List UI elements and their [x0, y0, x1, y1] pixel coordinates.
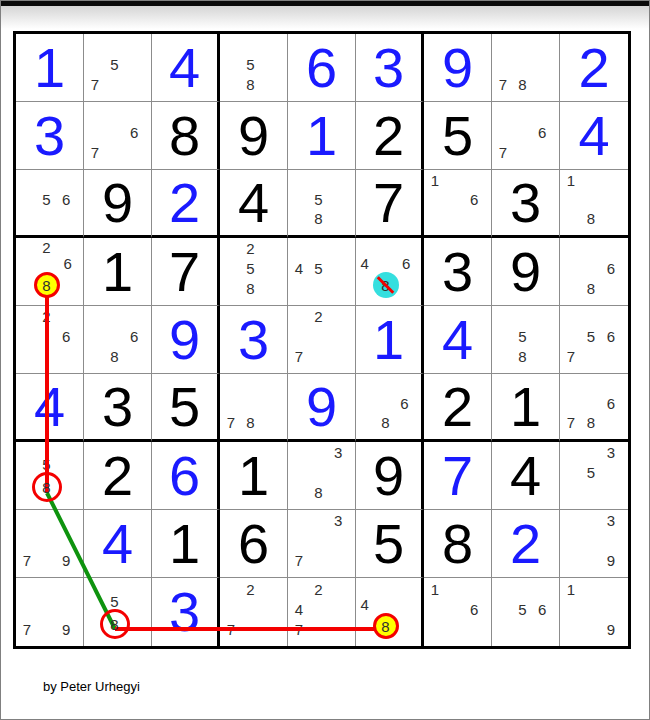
- cell-r9c2[interactable]: 58: [84, 578, 152, 646]
- cell-r9c8[interactable]: 56: [492, 578, 560, 646]
- candidate-5: 5: [105, 55, 125, 75]
- solved-digit: 4: [84, 510, 151, 577]
- candidates: 67: [84, 102, 151, 169]
- candidate-6: 6: [464, 190, 484, 209]
- candidates: 678: [560, 374, 628, 439]
- cell-r6c2[interactable]: 3: [84, 374, 152, 442]
- given-digit: 9: [84, 170, 151, 235]
- candidate-5: 5: [32, 457, 62, 472]
- candidates: 38: [288, 442, 355, 509]
- candidate-8: 8: [241, 74, 261, 94]
- candidates: 56: [492, 578, 559, 646]
- candidate-5: 5: [241, 259, 261, 279]
- cell-r9c6[interactable]: 48: [356, 578, 424, 646]
- cell-r2c7[interactable]: 5: [424, 102, 492, 170]
- cell-r3c8[interactable]: 3: [492, 170, 560, 238]
- cell-r8c8[interactable]: 2: [492, 510, 560, 578]
- solved-digit: 9: [424, 34, 491, 101]
- candidate-6: 6: [395, 394, 414, 413]
- candidates: 58: [492, 306, 559, 373]
- candidate-6: 6: [60, 256, 77, 273]
- given-digit: 8: [152, 102, 217, 169]
- solved-digit: 2: [560, 34, 628, 101]
- candidates: 78: [492, 34, 559, 101]
- solved-digit: 4: [16, 374, 83, 439]
- candidate-7: 7: [17, 550, 37, 570]
- cell-r7c8[interactable]: 4: [492, 442, 560, 510]
- candidate-5: 5: [581, 327, 601, 347]
- solved-digit: 2: [152, 170, 217, 235]
- candidate-6: 6: [56, 190, 76, 209]
- candidate-8: 8: [513, 346, 533, 366]
- candidate-9: 9: [601, 550, 621, 570]
- candidates: 79: [16, 578, 83, 646]
- candidate-5: 5: [581, 463, 601, 483]
- solved-digit: 1: [356, 306, 421, 373]
- solved-digit: 3: [220, 306, 287, 373]
- cell-r3c4[interactable]: 4: [220, 170, 288, 238]
- candidates: 19: [560, 578, 628, 646]
- cell-r8c5[interactable]: 37: [288, 510, 356, 578]
- solved-digit: 9: [288, 374, 355, 439]
- candidates: 78: [220, 374, 287, 439]
- cell-r8c4[interactable]: 6: [220, 510, 288, 578]
- cell-r5c9[interactable]: 567: [560, 306, 628, 374]
- cell-r7c5[interactable]: 38: [288, 442, 356, 510]
- cell-r3c5[interactable]: 58: [288, 170, 356, 238]
- cell-r4c4[interactable]: 258: [220, 238, 288, 306]
- cell-r9c4[interactable]: 27: [220, 578, 288, 646]
- candidate-5: 5: [100, 594, 130, 609]
- cell-r3c3[interactable]: 2: [152, 170, 220, 238]
- solved-digit: 1: [16, 34, 83, 101]
- given-digit: 1: [84, 238, 151, 305]
- cell-r2c4[interactable]: 9: [220, 102, 288, 170]
- cell-r7c3[interactable]: 6: [152, 442, 220, 510]
- candidates: 35: [560, 442, 628, 509]
- sudoku-app-window: 1574586397823678912567456924587163182681…: [0, 0, 650, 720]
- candidate-8: 8: [34, 272, 60, 298]
- candidate-8: 8: [581, 278, 601, 298]
- candidate-2: 2: [309, 307, 329, 327]
- candidates: 16: [424, 578, 491, 646]
- candidate-8: 8: [309, 482, 329, 502]
- candidate-8: 8: [513, 74, 533, 94]
- cell-r7c4[interactable]: 1: [220, 442, 288, 510]
- cell-r2c6[interactable]: 2: [356, 102, 424, 170]
- candidate-9: 9: [56, 619, 76, 639]
- cell-r2c8[interactable]: 67: [492, 102, 560, 170]
- candidate-2: 2: [241, 239, 261, 259]
- solved-digit: 6: [288, 34, 355, 101]
- cell-r2c5[interactable]: 1: [288, 102, 356, 170]
- chain-endpoint-marker: 8: [34, 272, 60, 298]
- candidates: 247: [288, 578, 355, 646]
- cell-r1c9[interactable]: 2: [560, 34, 628, 102]
- candidate-8: 8: [241, 413, 261, 432]
- candidate-4: 4: [357, 256, 373, 273]
- given-digit: 7: [152, 238, 217, 305]
- candidate-7: 7: [561, 413, 581, 432]
- cell-r2c1[interactable]: 3: [16, 102, 84, 170]
- candidate-7: 7: [561, 346, 581, 366]
- candidate-6: 6: [399, 256, 415, 273]
- chain-node-marker: 8: [32, 472, 62, 502]
- given-digit: 3: [84, 374, 151, 439]
- candidate-5: 5: [309, 259, 329, 279]
- given-digit: 1: [492, 374, 559, 439]
- sudoku-grid-cells: 1574586397823678912567456924587163182681…: [16, 34, 628, 646]
- candidate-8: 8: [309, 209, 329, 228]
- cell-r4c6[interactable]: 468: [356, 238, 424, 306]
- given-digit: 2: [424, 374, 491, 439]
- solved-digit: 3: [356, 34, 421, 101]
- candidate-8: 8: [100, 609, 130, 639]
- candidate-2: 2: [34, 239, 60, 256]
- candidate-7: 7: [493, 142, 513, 162]
- candidate-7: 7: [221, 619, 241, 639]
- cell-r6c8[interactable]: 1: [492, 374, 560, 442]
- candidates: 268: [16, 238, 83, 305]
- candidate-3: 3: [328, 511, 348, 531]
- candidate-8: 8: [581, 209, 601, 228]
- given-digit: 9: [356, 442, 421, 509]
- given-digit: 4: [220, 170, 287, 235]
- candidates: 58: [84, 578, 151, 646]
- cell-r2c2[interactable]: 67: [84, 102, 152, 170]
- candidates: 45: [288, 238, 355, 305]
- candidates: 39: [560, 510, 628, 577]
- cell-r6c9[interactable]: 678: [560, 374, 628, 442]
- cell-r1c1[interactable]: 1: [16, 34, 84, 102]
- candidates: 58: [288, 170, 355, 235]
- cell-r7c7[interactable]: 7: [424, 442, 492, 510]
- cell-r4c2[interactable]: 1: [84, 238, 152, 306]
- cell-r6c5[interactable]: 9: [288, 374, 356, 442]
- candidate-1: 1: [561, 171, 581, 190]
- candidates: 58: [220, 34, 287, 101]
- cell-r5c4[interactable]: 3: [220, 306, 288, 374]
- given-digit: 3: [492, 170, 559, 235]
- cell-r8c6[interactable]: 5: [356, 510, 424, 578]
- candidates: 58: [16, 442, 83, 509]
- chain-node-marker: 8: [100, 609, 130, 639]
- candidate-1: 1: [425, 171, 445, 190]
- cell-r2c3[interactable]: 8: [152, 102, 220, 170]
- solved-digit: 9: [152, 306, 217, 373]
- given-digit: 5: [152, 374, 217, 439]
- cell-r1c7[interactable]: 9: [424, 34, 492, 102]
- cell-r3c7[interactable]: 16: [424, 170, 492, 238]
- candidate-6: 6: [601, 394, 621, 413]
- candidate-6: 6: [601, 259, 621, 279]
- cell-r6c1[interactable]: 4: [16, 374, 84, 442]
- solved-digit: 4: [424, 306, 491, 373]
- solved-digit: 3: [16, 102, 83, 169]
- candidates: 68: [560, 238, 628, 305]
- cell-r5c3[interactable]: 9: [152, 306, 220, 374]
- cell-r5c2[interactable]: 68: [84, 306, 152, 374]
- cell-r9c3[interactable]: 3: [152, 578, 220, 646]
- solved-digit: 7: [424, 442, 491, 509]
- candidate-8: 8: [376, 413, 395, 432]
- cell-r3c1[interactable]: 56: [16, 170, 84, 238]
- given-digit: 1: [152, 510, 217, 577]
- cell-r8c1[interactable]: 79: [16, 510, 84, 578]
- solved-digit: 6: [152, 442, 217, 509]
- cell-r7c6[interactable]: 9: [356, 442, 424, 510]
- candidate-5: 5: [309, 190, 329, 209]
- candidates: 16: [424, 170, 491, 235]
- candidate-7: 7: [289, 550, 309, 570]
- candidate-2: 2: [241, 579, 261, 599]
- candidate-7: 7: [289, 346, 309, 366]
- candidates: 68: [356, 374, 421, 439]
- solved-digit: 4: [560, 102, 628, 169]
- given-digit: 2: [356, 102, 421, 169]
- candidate-1: 1: [561, 579, 581, 599]
- cell-r3c9[interactable]: 18: [560, 170, 628, 238]
- candidates: 37: [288, 510, 355, 577]
- given-digit: 6: [220, 510, 287, 577]
- candidate-9: 9: [601, 619, 621, 639]
- candidates: 468: [356, 238, 421, 305]
- candidate-5: 5: [241, 55, 261, 75]
- cell-r3c6[interactable]: 7: [356, 170, 424, 238]
- candidate-8: 8: [32, 472, 62, 502]
- cell-r8c7[interactable]: 8: [424, 510, 492, 578]
- cell-r5c7[interactable]: 4: [424, 306, 492, 374]
- candidates: 18: [560, 170, 628, 235]
- given-digit: 3: [424, 238, 491, 305]
- cell-r1c2[interactable]: 57: [84, 34, 152, 102]
- cell-r1c3[interactable]: 4: [152, 34, 220, 102]
- candidate-6: 6: [124, 123, 144, 143]
- cell-r6c7[interactable]: 2: [424, 374, 492, 442]
- chain-endpoint-marker: 8: [373, 613, 399, 639]
- candidates: 27: [288, 306, 355, 373]
- cell-r8c9[interactable]: 39: [560, 510, 628, 578]
- cell-r1c5[interactable]: 6: [288, 34, 356, 102]
- candidates: 567: [560, 306, 628, 373]
- cell-r4c1[interactable]: 268: [16, 238, 84, 306]
- candidate-7: 7: [493, 74, 513, 94]
- solved-digit: 1: [288, 102, 355, 169]
- candidate-4: 4: [289, 599, 309, 619]
- candidate-7: 7: [85, 74, 105, 94]
- candidate-7: 7: [17, 619, 37, 639]
- cell-r9c9[interactable]: 19: [560, 578, 628, 646]
- given-digit: 8: [424, 510, 491, 577]
- cell-r9c5[interactable]: 247: [288, 578, 356, 646]
- candidate-2: 2: [309, 579, 329, 599]
- candidates: 48: [356, 578, 421, 646]
- cell-r5c6[interactable]: 1: [356, 306, 424, 374]
- candidate-6: 6: [56, 327, 76, 347]
- cell-r7c1[interactable]: 58: [16, 442, 84, 510]
- cell-r8c2[interactable]: 4: [84, 510, 152, 578]
- candidate-3: 3: [601, 511, 621, 531]
- cell-r5c5[interactable]: 27: [288, 306, 356, 374]
- solved-digit: 4: [152, 34, 217, 101]
- candidate-7: 7: [85, 142, 105, 162]
- cell-r2c9[interactable]: 4: [560, 102, 628, 170]
- candidate-3: 3: [601, 443, 621, 463]
- candidate-8: 8: [241, 278, 261, 298]
- cell-r4c8[interactable]: 9: [492, 238, 560, 306]
- candidate-8: 8: [373, 613, 399, 639]
- candidates: 26: [16, 306, 83, 373]
- candidates: 56: [16, 170, 83, 235]
- given-digit: 5: [356, 510, 421, 577]
- candidate-7: 7: [289, 619, 309, 639]
- cell-r4c7[interactable]: 3: [424, 238, 492, 306]
- cell-r6c4[interactable]: 78: [220, 374, 288, 442]
- solved-digit: 3: [152, 578, 217, 646]
- candidates: 68: [84, 306, 151, 373]
- candidate-3: 3: [328, 443, 348, 463]
- given-digit: 5: [424, 102, 491, 169]
- candidate-6: 6: [464, 599, 484, 619]
- given-digit: 1: [220, 442, 287, 509]
- cell-r9c1[interactable]: 79: [16, 578, 84, 646]
- cell-r8c3[interactable]: 1: [152, 510, 220, 578]
- candidate-1: 1: [425, 579, 445, 599]
- elimination-marker: 8: [373, 272, 399, 298]
- candidate-9: 9: [56, 550, 76, 570]
- candidate-6: 6: [124, 327, 144, 347]
- candidate-8: 8: [581, 413, 601, 432]
- candidate-6: 6: [532, 599, 552, 619]
- candidate-4: 4: [289, 259, 309, 279]
- candidate-8: 8: [105, 346, 125, 366]
- solved-digit: 2: [492, 510, 559, 577]
- candidate-5: 5: [37, 190, 57, 209]
- candidate-8: 8: [373, 272, 399, 298]
- cell-r9c7[interactable]: 16: [424, 578, 492, 646]
- candidates: 67: [492, 102, 559, 169]
- cell-r6c6[interactable]: 68: [356, 374, 424, 442]
- candidate-5: 5: [513, 327, 533, 347]
- given-digit: 4: [492, 442, 559, 509]
- cell-r4c3[interactable]: 7: [152, 238, 220, 306]
- candidate-6: 6: [601, 327, 621, 347]
- given-digit: 9: [492, 238, 559, 305]
- candidate-6: 6: [532, 123, 552, 143]
- cell-r3c2[interactable]: 9: [84, 170, 152, 238]
- candidate-5: 5: [513, 599, 533, 619]
- candidate-7: 7: [221, 413, 241, 432]
- sudoku-grid: 1574586397823678912567456924587163182681…: [13, 31, 631, 649]
- cell-r4c5[interactable]: 45: [288, 238, 356, 306]
- candidate-4: 4: [357, 596, 373, 613]
- cell-r5c8[interactable]: 58: [492, 306, 560, 374]
- given-digit: 9: [220, 102, 287, 169]
- cell-r6c3[interactable]: 5: [152, 374, 220, 442]
- cell-r1c4[interactable]: 58: [220, 34, 288, 102]
- candidates: 27: [220, 578, 287, 646]
- titlebar-gradient: [1, 6, 649, 29]
- cell-r4c9[interactable]: 68: [560, 238, 628, 306]
- cell-r7c2[interactable]: 2: [84, 442, 152, 510]
- cell-r1c8[interactable]: 78: [492, 34, 560, 102]
- candidates: 57: [84, 34, 151, 101]
- candidate-2: 2: [37, 307, 57, 327]
- cell-r7c9[interactable]: 35: [560, 442, 628, 510]
- candidates: 79: [16, 510, 83, 577]
- candidates: 258: [220, 238, 287, 305]
- cell-r5c1[interactable]: 26: [16, 306, 84, 374]
- credit-text: by Peter Urhegyi: [43, 679, 140, 694]
- given-digit: 7: [356, 170, 421, 235]
- given-digit: 2: [84, 442, 151, 509]
- cell-r1c6[interactable]: 3: [356, 34, 424, 102]
